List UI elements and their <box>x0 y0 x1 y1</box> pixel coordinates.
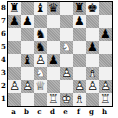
file-label-f: f <box>72 108 85 118</box>
piece-white-rook: ♖ <box>47 93 60 106</box>
piece-white-rook: ♖ <box>99 93 112 106</box>
piece-black-bishop: ♝ <box>21 54 34 67</box>
square-e1[interactable]: ♚♔ <box>60 93 73 106</box>
square-f1[interactable]: ♝♗ <box>73 93 86 106</box>
rank-label-1: 1 <box>0 92 7 105</box>
rank-labels: 87654321 <box>0 0 7 107</box>
file-label-a: a <box>7 108 20 118</box>
square-g2[interactable]: ♟♙ <box>86 80 99 93</box>
file-label-g: g <box>85 108 98 118</box>
piece-black-pawn: ♟ <box>86 41 99 54</box>
file-labels: abcdefgh <box>7 108 113 118</box>
piece-black-pawn: ♟ <box>73 15 86 28</box>
square-e8[interactable] <box>60 2 73 15</box>
square-f5[interactable] <box>73 41 86 54</box>
square-b1[interactable] <box>21 93 34 106</box>
square-c8[interactable]: ♝ <box>34 2 47 15</box>
square-h5[interactable] <box>99 41 112 54</box>
piece-white-bishop: ♗ <box>73 93 86 106</box>
rank-label-3: 3 <box>0 66 7 79</box>
rank-label-4: 4 <box>0 53 7 66</box>
square-h8[interactable] <box>99 2 112 15</box>
square-h6[interactable]: ♟ <box>99 28 112 41</box>
square-g8[interactable]: ♚ <box>86 2 99 15</box>
file-label-h: h <box>98 108 111 118</box>
piece-black-king: ♚ <box>86 2 99 15</box>
file-label-d: d <box>46 108 59 118</box>
file-label-e: e <box>59 108 72 118</box>
rank-label-5: 5 <box>0 40 7 53</box>
square-b4[interactable]: ♝ <box>21 54 34 67</box>
piece-white-pawn: ♙ <box>21 80 34 93</box>
square-c2[interactable]: ♛♕ <box>34 80 47 93</box>
square-a7[interactable]: ♟ <box>8 15 21 28</box>
square-f4[interactable] <box>73 54 86 67</box>
piece-white-pawn: ♙ <box>60 67 73 80</box>
square-e7[interactable] <box>60 15 73 28</box>
square-g1[interactable] <box>86 93 99 106</box>
square-e5[interactable]: ♞♘ <box>60 41 73 54</box>
square-d4[interactable]: ♟ <box>47 54 60 67</box>
square-d7[interactable] <box>47 15 60 28</box>
chess-board: ♜♝♛♜♚♟♟♟♞♟♞♞♘♟♝♟♙♟♞♘♟♙♝♗♟♙♟♙♛♕♟♙♟♙♟♙♜♖♚♔… <box>7 1 113 107</box>
square-a1[interactable] <box>8 93 21 106</box>
piece-black-pawn: ♟ <box>8 15 21 28</box>
piece-black-queen: ♛ <box>47 2 60 15</box>
square-d8[interactable]: ♛ <box>47 2 60 15</box>
rank-label-7: 7 <box>0 14 7 27</box>
square-b2[interactable]: ♟♙ <box>21 80 34 93</box>
square-a5[interactable] <box>8 41 21 54</box>
piece-white-pawn: ♙ <box>86 80 99 93</box>
square-f6[interactable] <box>73 28 86 41</box>
square-h4[interactable] <box>99 54 112 67</box>
piece-white-queen: ♕ <box>34 80 47 93</box>
piece-black-bishop: ♝ <box>34 2 47 15</box>
piece-black-pawn: ♟ <box>21 15 34 28</box>
square-f7[interactable]: ♟ <box>73 15 86 28</box>
square-b6[interactable] <box>21 28 34 41</box>
square-g7[interactable] <box>86 15 99 28</box>
square-a4[interactable] <box>8 54 21 67</box>
chess-diagram: 87654321 ♜♝♛♜♚♟♟♟♞♟♞♞♘♟♝♟♙♟♞♘♟♙♝♗♟♙♟♙♛♕♟… <box>0 0 113 118</box>
square-h1[interactable]: ♜♖ <box>99 93 112 106</box>
piece-white-pawn: ♙ <box>8 80 21 93</box>
rank-label-8: 8 <box>0 1 7 14</box>
file-label-b: b <box>20 108 33 118</box>
piece-white-king: ♔ <box>60 93 73 106</box>
rank-label-6: 6 <box>0 27 7 40</box>
square-c1[interactable] <box>34 93 47 106</box>
square-a2[interactable]: ♟♙ <box>8 80 21 93</box>
piece-black-pawn: ♟ <box>99 28 112 41</box>
square-a6[interactable] <box>8 28 21 41</box>
piece-black-pawn: ♟ <box>47 54 60 67</box>
square-e3[interactable]: ♟♙ <box>60 67 73 80</box>
rank-label-2: 2 <box>0 79 7 92</box>
square-d1[interactable]: ♜♖ <box>47 93 60 106</box>
square-d6[interactable] <box>47 28 60 41</box>
square-d3[interactable] <box>47 67 60 80</box>
square-b7[interactable]: ♟ <box>21 15 34 28</box>
piece-white-knight: ♘ <box>60 41 73 54</box>
file-label-c: c <box>33 108 46 118</box>
square-g5[interactable]: ♟ <box>86 41 99 54</box>
chess-diagram-page: 87654321 ♜♝♛♜♚♟♟♟♞♟♞♞♘♟♝♟♙♟♞♘♟♙♝♗♟♙♟♙♛♕♟… <box>0 0 118 118</box>
